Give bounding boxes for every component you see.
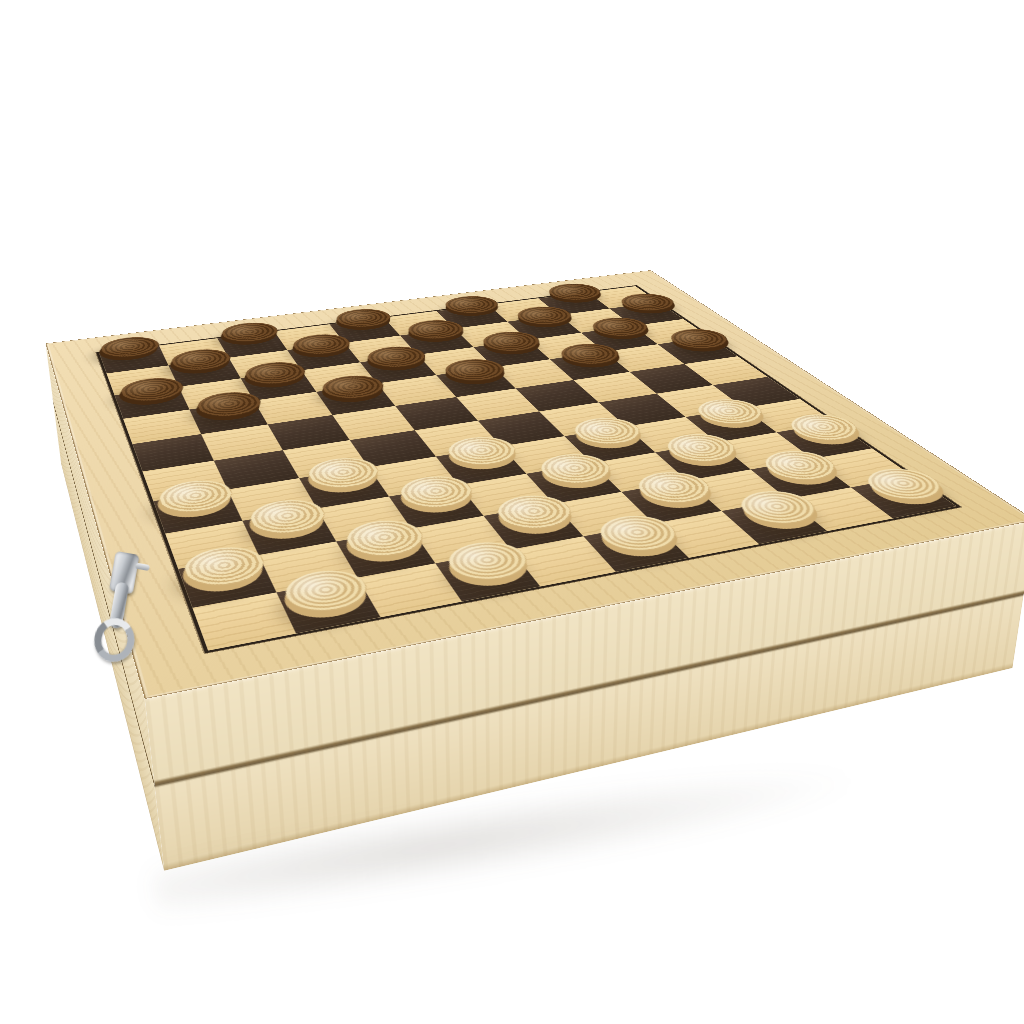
checker-light	[179, 542, 272, 591]
checker-dark	[288, 332, 357, 357]
checker-light	[688, 396, 774, 428]
checker-dark	[439, 294, 506, 316]
clasp-pin	[135, 563, 150, 571]
checker-light	[440, 433, 525, 469]
checker-light	[589, 511, 689, 556]
checker-dark	[316, 373, 390, 402]
checker-light	[339, 516, 433, 562]
checker-dark	[476, 329, 548, 354]
checker-dark	[193, 389, 267, 420]
clasp-hook-icon	[91, 615, 138, 665]
checker-light	[302, 454, 387, 492]
checker-light	[531, 450, 621, 488]
game-box	[46, 270, 1024, 699]
checker-light	[278, 565, 376, 617]
checker-dark	[510, 304, 579, 327]
checker-light	[565, 414, 651, 448]
checker-dark	[541, 281, 608, 302]
checker-light	[488, 491, 582, 533]
checker-dark	[402, 318, 471, 342]
checker-dark	[240, 359, 311, 387]
checker-light	[753, 447, 848, 484]
checker-dark	[613, 291, 683, 313]
checker-dark	[361, 344, 433, 371]
checker-light	[392, 472, 481, 512]
checker-light	[855, 465, 955, 504]
checker-light	[657, 430, 747, 465]
checker-light	[780, 411, 870, 444]
checker-dark	[584, 315, 656, 339]
checker-light	[154, 476, 238, 517]
checker-light	[244, 495, 332, 538]
checker-dark	[217, 320, 283, 344]
checker-light	[439, 537, 538, 585]
checker-dark	[98, 334, 163, 360]
checker-dark	[438, 356, 513, 384]
photo-background: { "game": { "name": "Draughts (Checkers)…	[0, 0, 1024, 1024]
checker-dark	[553, 341, 628, 367]
checker-light	[729, 487, 829, 529]
checker-light	[627, 468, 722, 508]
checker-dark	[662, 326, 737, 351]
checker-dark	[331, 307, 397, 330]
checker-dark	[117, 375, 187, 405]
checker-dark	[167, 347, 235, 374]
